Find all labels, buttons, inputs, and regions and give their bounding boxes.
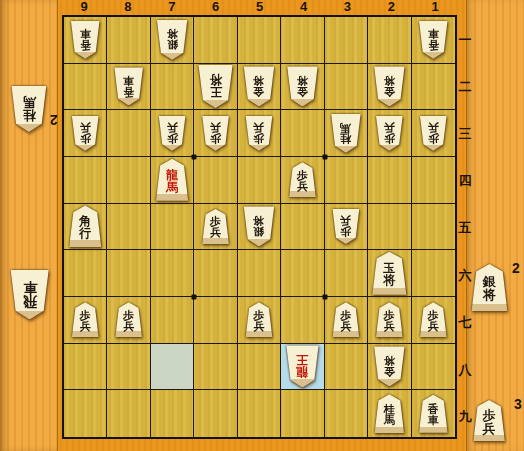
square-5-八[interactable] (238, 344, 281, 391)
piece-sente-king[interactable]: 玉将 (371, 252, 408, 295)
piece-sente-pawn[interactable]: 歩兵 (114, 302, 143, 337)
square-1-四[interactable] (412, 157, 455, 204)
square-4-二[interactable]: 金将 (281, 64, 324, 111)
square-5-三[interactable]: 歩兵 (238, 110, 281, 157)
hoshi-dot (192, 294, 197, 299)
piece-kanji: 桂馬 (22, 95, 35, 121)
square-9-一[interactable]: 香車 (64, 17, 107, 64)
piece-kanji: 歩兵 (80, 122, 91, 144)
piece-kanji: 歩兵 (80, 310, 91, 332)
piece-kanji: 歩兵 (253, 310, 264, 332)
square-1-九[interactable]: 香車 (412, 390, 455, 437)
square-1-七[interactable]: 歩兵 (412, 297, 455, 344)
square-7-一[interactable]: 銀将 (151, 17, 194, 64)
shogi-board: 香車銀将香車香車王将金将金将金将歩兵歩兵歩兵歩兵桂馬歩兵歩兵龍馬歩兵角行歩兵銀将… (62, 15, 457, 439)
square-1-八[interactable] (412, 344, 455, 391)
piece-gote-pawn[interactable]: 歩兵 (244, 116, 273, 151)
square-8-三[interactable] (107, 110, 150, 157)
piece-kanji: 歩兵 (167, 122, 178, 144)
square-9-二[interactable] (64, 64, 107, 111)
piece-sente-knight[interactable]: 桂馬 (373, 394, 405, 433)
square-5-二[interactable]: 金将 (238, 64, 281, 111)
piece-kanji: 玉将 (383, 262, 395, 286)
rank-label-3: 三 (457, 125, 473, 143)
square-1-三[interactable]: 歩兵 (412, 110, 455, 157)
square-5-五[interactable]: 銀将 (238, 204, 281, 251)
piece-kanji: 桂馬 (340, 122, 351, 144)
hand-count-silver: 2 (512, 260, 520, 276)
square-2-六[interactable]: 玉将 (368, 250, 411, 297)
piece-sente-pawn[interactable]: 歩兵 (375, 302, 404, 337)
piece-kanji: 銀将 (253, 215, 264, 237)
square-4-九[interactable] (281, 390, 324, 437)
square-3-一[interactable] (325, 17, 368, 64)
square-9-三[interactable]: 歩兵 (64, 110, 107, 157)
square-8-七[interactable]: 歩兵 (107, 297, 150, 344)
hand-group-rook: 飛車 (9, 270, 44, 312)
square-6-七[interactable] (194, 297, 237, 344)
square-3-五[interactable]: 歩兵 (325, 204, 368, 251)
hoshi-dot (322, 294, 327, 299)
shogi-app: 987654321 一二三四五六七八九 香車銀将香車香車王将金将金将金将歩兵歩兵… (0, 0, 524, 451)
file-label-2: 2 (369, 0, 413, 14)
piece-kanji: 歩兵 (340, 215, 351, 237)
rank-label-1: 一 (457, 31, 473, 49)
square-2-一[interactable] (368, 17, 411, 64)
hand-piece-sente-silver[interactable]: 銀将 (470, 264, 509, 311)
piece-gote-pawn[interactable]: 歩兵 (375, 116, 404, 151)
file-label-5: 5 (238, 0, 282, 14)
square-3-七[interactable]: 歩兵 (325, 297, 368, 344)
square-6-三[interactable]: 歩兵 (194, 110, 237, 157)
piece-kanji: 歩兵 (428, 310, 439, 332)
piece-gote-promoted-rook[interactable]: 龍王 (285, 345, 320, 387)
piece-kanji: 香車 (80, 28, 91, 50)
square-4-五[interactable] (281, 204, 324, 251)
file-label-8: 8 (106, 0, 150, 14)
square-5-六[interactable] (238, 250, 281, 297)
rank-label-8: 八 (457, 361, 473, 379)
square-4-八[interactable]: 龍王 (281, 344, 324, 391)
square-6-四[interactable] (194, 157, 237, 204)
sente-captured-tray (466, 0, 524, 451)
square-2-五[interactable] (368, 204, 411, 251)
piece-kanji: 歩兵 (384, 310, 395, 332)
piece-gote-pawn[interactable]: 歩兵 (419, 116, 448, 151)
square-7-七[interactable] (151, 297, 194, 344)
piece-sente-pawn[interactable]: 歩兵 (244, 302, 273, 337)
square-6-八[interactable] (194, 344, 237, 391)
square-9-九[interactable] (64, 390, 107, 437)
piece-kanji: 香車 (123, 75, 134, 97)
square-6-一[interactable] (194, 17, 237, 64)
square-6-五[interactable]: 歩兵 (194, 204, 237, 251)
piece-gote-pawn[interactable]: 歩兵 (201, 116, 230, 151)
piece-kanji: 歩兵 (483, 409, 496, 435)
piece-gote-pawn[interactable]: 歩兵 (71, 116, 100, 151)
square-7-四[interactable]: 龍馬 (151, 157, 194, 204)
gote-captured-tray (0, 0, 58, 451)
square-1-二[interactable] (412, 64, 455, 111)
piece-sente-bishop[interactable]: 角行 (68, 205, 103, 247)
piece-kanji: 銀将 (167, 28, 178, 50)
square-8-一[interactable] (107, 17, 150, 64)
file-label-6: 6 (194, 0, 238, 14)
piece-gote-silver[interactable]: 銀将 (242, 206, 275, 246)
square-3-四[interactable] (325, 157, 368, 204)
piece-gote-lance[interactable]: 香車 (70, 21, 101, 59)
square-2-四[interactable] (368, 157, 411, 204)
file-label-9: 9 (62, 0, 106, 14)
square-7-三[interactable]: 歩兵 (151, 110, 194, 157)
rank-label-7: 七 (457, 314, 473, 332)
file-label-1: 1 (413, 0, 457, 14)
piece-kanji: 歩兵 (428, 122, 439, 144)
piece-kanji: 銀将 (483, 276, 496, 302)
piece-kanji: 角行 (79, 215, 91, 239)
piece-kanji: 香車 (428, 404, 439, 426)
piece-sente-promoted-bishop[interactable]: 龍馬 (155, 159, 190, 201)
square-9-五[interactable]: 角行 (64, 204, 107, 251)
square-8-四[interactable] (107, 157, 150, 204)
square-1-六[interactable] (412, 250, 455, 297)
square-8-八[interactable] (107, 344, 150, 391)
piece-gote-pawn[interactable]: 歩兵 (158, 116, 187, 151)
square-5-一[interactable] (238, 17, 281, 64)
piece-kanji: 歩兵 (210, 122, 221, 144)
file-label-4: 4 (282, 0, 326, 14)
square-3-三[interactable]: 桂馬 (325, 110, 368, 157)
square-5-四[interactable] (238, 157, 281, 204)
hand-group-silver: 銀将2 (470, 264, 503, 304)
square-7-九[interactable] (151, 390, 194, 437)
piece-gote-gold[interactable]: 金将 (373, 346, 406, 386)
hand-piece-gote-rook[interactable]: 飛車 (9, 270, 50, 320)
piece-kanji: 金将 (384, 75, 395, 97)
square-3-九[interactable] (325, 390, 368, 437)
piece-gote-knight[interactable]: 桂馬 (330, 114, 362, 153)
square-8-六[interactable] (107, 250, 150, 297)
hand-group-knight: 桂馬2 (10, 86, 42, 125)
piece-gote-gold[interactable]: 金将 (373, 66, 406, 106)
piece-kanji: 歩兵 (123, 310, 134, 332)
piece-gote-gold[interactable]: 金将 (242, 66, 275, 106)
square-4-三[interactable] (281, 110, 324, 157)
square-7-八[interactable] (151, 344, 194, 391)
square-2-二[interactable]: 金将 (368, 64, 411, 111)
square-5-九[interactable] (238, 390, 281, 437)
rank-label-2: 二 (457, 78, 473, 96)
square-4-四[interactable]: 歩兵 (281, 157, 324, 204)
piece-kanji: 歩兵 (340, 310, 351, 332)
file-label-3: 3 (325, 0, 369, 14)
piece-kanji: 金将 (297, 75, 308, 97)
piece-gote-silver[interactable]: 銀将 (156, 20, 189, 60)
piece-kanji: 龍王 (296, 354, 308, 378)
piece-gote-king[interactable]: 王将 (197, 65, 234, 108)
piece-sente-pawn[interactable]: 歩兵 (288, 162, 317, 197)
hand-piece-sente-pawn[interactable]: 歩兵 (472, 400, 506, 441)
rank-label-4: 四 (457, 172, 473, 190)
square-1-一[interactable]: 香車 (412, 17, 455, 64)
square-3-六[interactable] (325, 250, 368, 297)
piece-gote-lance[interactable]: 香車 (113, 67, 144, 105)
square-2-八[interactable]: 金将 (368, 344, 411, 391)
square-4-六[interactable] (281, 250, 324, 297)
hand-count-knight: 2 (50, 112, 58, 128)
piece-kanji: 王将 (210, 74, 222, 98)
hand-count-pawn: 3 (514, 396, 522, 412)
square-7-六[interactable] (151, 250, 194, 297)
square-9-六[interactable] (64, 250, 107, 297)
piece-sente-pawn[interactable]: 歩兵 (419, 302, 448, 337)
piece-kanji: 金将 (384, 355, 395, 377)
square-2-九[interactable]: 桂馬 (368, 390, 411, 437)
square-5-七[interactable]: 歩兵 (238, 297, 281, 344)
piece-kanji: 飛車 (23, 280, 37, 308)
piece-kanji: 龍馬 (166, 169, 178, 193)
square-2-七[interactable]: 歩兵 (368, 297, 411, 344)
square-8-五[interactable] (107, 204, 150, 251)
hand-piece-gote-knight[interactable]: 桂馬 (10, 86, 48, 132)
piece-sente-lance[interactable]: 香車 (418, 395, 449, 433)
hoshi-dot (192, 154, 197, 159)
piece-kanji: 歩兵 (253, 122, 264, 144)
piece-gote-lance[interactable]: 香車 (418, 21, 449, 59)
piece-kanji: 歩兵 (384, 122, 395, 144)
rank-label-5: 五 (457, 219, 473, 237)
square-9-四[interactable] (64, 157, 107, 204)
square-7-五[interactable] (151, 204, 194, 251)
rank-label-9: 九 (457, 408, 473, 426)
hoshi-dot (322, 154, 327, 159)
square-9-七[interactable]: 歩兵 (64, 297, 107, 344)
square-6-二[interactable]: 王将 (194, 64, 237, 111)
piece-sente-pawn[interactable]: 歩兵 (331, 302, 360, 337)
square-6-九[interactable] (194, 390, 237, 437)
square-3-八[interactable] (325, 344, 368, 391)
piece-kanji: 歩兵 (210, 216, 221, 238)
square-9-八[interactable] (64, 344, 107, 391)
piece-gote-pawn[interactable]: 歩兵 (331, 209, 360, 244)
square-8-二[interactable]: 香車 (107, 64, 150, 111)
hand-group-pawn: 歩兵3 (472, 400, 501, 435)
square-2-三[interactable]: 歩兵 (368, 110, 411, 157)
square-7-二[interactable] (151, 64, 194, 111)
square-6-六[interactable] (194, 250, 237, 297)
piece-sente-pawn[interactable]: 歩兵 (71, 302, 100, 337)
piece-kanji: 歩兵 (297, 170, 308, 192)
piece-kanji: 香車 (428, 28, 439, 50)
square-1-五[interactable] (412, 204, 455, 251)
file-label-7: 7 (150, 0, 194, 14)
piece-kanji: 桂馬 (384, 404, 395, 426)
piece-kanji: 金将 (253, 75, 264, 97)
square-4-七[interactable] (281, 297, 324, 344)
square-8-九[interactable] (107, 390, 150, 437)
square-4-一[interactable] (281, 17, 324, 64)
piece-gote-gold[interactable]: 金将 (286, 66, 319, 106)
piece-sente-pawn[interactable]: 歩兵 (201, 209, 230, 244)
square-3-二[interactable] (325, 64, 368, 111)
